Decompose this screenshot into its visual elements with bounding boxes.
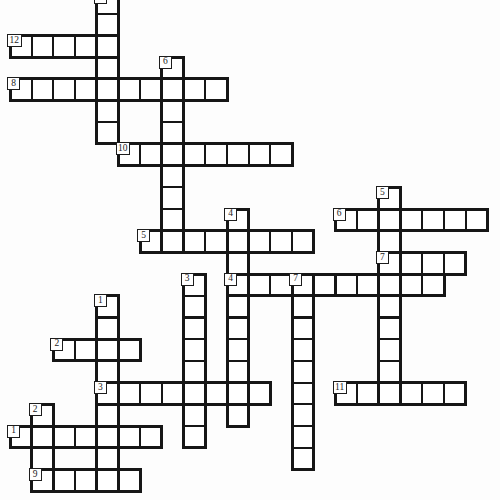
cell[interactable] [291,447,315,471]
cell[interactable] [161,143,185,167]
cell[interactable] [139,78,163,102]
cell[interactable] [161,230,185,254]
cell[interactable] [96,34,120,58]
cell[interactable] [226,295,250,319]
cell[interactable] [378,208,402,232]
cell[interactable] [118,468,142,492]
cell[interactable] [161,186,185,210]
cell[interactable] [378,317,402,341]
cell[interactable] [204,230,228,254]
cell[interactable] [465,208,489,232]
cell[interactable] [226,360,250,384]
cell[interactable] [356,382,380,406]
cell[interactable] [118,425,142,449]
cell[interactable] [269,230,293,254]
cell[interactable] [74,425,98,449]
cell[interactable] [139,425,163,449]
cell[interactable] [378,382,402,406]
cell[interactable] [31,78,55,102]
cell[interactable] [226,403,250,427]
clue-number-across-9: 9 [29,468,42,481]
cell[interactable] [31,447,55,471]
cell[interactable] [226,382,250,406]
cell[interactable] [400,273,424,297]
cell[interactable] [96,100,120,124]
cell[interactable] [31,34,55,58]
cell[interactable] [52,34,76,58]
cell[interactable] [139,382,163,406]
cell[interactable] [118,382,142,406]
clue-number-across-11: 11 [333,381,347,394]
cell[interactable] [248,273,272,297]
cell[interactable] [291,360,315,384]
cell[interactable] [378,273,402,297]
cell[interactable] [226,230,250,254]
cell[interactable] [161,78,185,102]
cell[interactable] [52,468,76,492]
clue-number-across-10: 10 [116,142,131,155]
cell[interactable] [291,295,315,319]
clue-number-across-2: 2 [50,338,63,351]
cell[interactable] [378,360,402,384]
cell[interactable] [74,338,98,362]
cell[interactable] [378,230,402,254]
cell[interactable] [400,208,424,232]
clue-number-across-5: 5 [137,229,150,242]
cell[interactable] [183,78,207,102]
cell[interactable] [248,382,272,406]
cell[interactable] [52,78,76,102]
cell[interactable] [356,208,380,232]
cell[interactable] [400,251,424,275]
cell[interactable] [400,382,424,406]
cell[interactable] [378,338,402,362]
cell[interactable] [226,143,250,167]
cell[interactable] [248,230,272,254]
cell[interactable] [226,251,250,275]
cell[interactable] [161,208,185,232]
clue-number-across-7: 7 [376,251,389,264]
cell[interactable] [313,273,337,297]
cell[interactable] [335,273,359,297]
cell[interactable] [291,403,315,427]
cell[interactable] [421,251,445,275]
cell[interactable] [31,425,55,449]
cell[interactable] [96,447,120,471]
cell[interactable] [161,121,185,145]
clue-number-across-6: 6 [333,208,346,221]
cell[interactable] [96,121,120,145]
cell[interactable] [291,382,315,406]
clue-number-down-1: 1 [94,294,107,307]
cell[interactable] [96,338,120,362]
clue-number-across-3: 3 [94,381,107,394]
cell[interactable] [291,230,315,254]
clue-number-down-5: 5 [376,186,389,199]
cell[interactable] [96,425,120,449]
cell[interactable] [183,230,207,254]
clue-number-down-2: 2 [29,403,42,416]
cell[interactable] [118,78,142,102]
cell[interactable] [52,425,76,449]
cell[interactable] [291,317,315,341]
cell[interactable] [183,317,207,341]
cell[interactable] [96,78,120,102]
cell[interactable] [183,382,207,406]
cell[interactable] [291,425,315,449]
cell[interactable] [204,78,228,102]
crossword-board: 1234567891011121234567 [0,0,500,500]
clue-number-across-8: 8 [7,77,20,90]
clue-number-down-4: 4 [224,208,237,221]
cell[interactable] [226,338,250,362]
cell[interactable] [96,13,120,37]
cell[interactable] [139,143,163,167]
cell[interactable] [443,208,467,232]
cell[interactable] [226,317,250,341]
cell[interactable] [74,34,98,58]
cell[interactable] [183,338,207,362]
cell[interactable] [96,317,120,341]
cell[interactable] [161,100,185,124]
cell[interactable] [183,403,207,427]
cell[interactable] [96,468,120,492]
cell[interactable] [356,273,380,297]
cell[interactable] [74,78,98,102]
cell[interactable] [96,360,120,384]
clue-number-down-3: 3 [181,273,194,286]
cell[interactable] [96,403,120,427]
cell[interactable] [96,56,120,80]
cell[interactable] [204,143,228,167]
cell[interactable] [183,360,207,384]
cell[interactable] [183,425,207,449]
cell[interactable] [443,382,467,406]
cell[interactable] [161,382,185,406]
cell[interactable] [378,295,402,319]
clue-number-across-4: 4 [224,273,237,286]
clue-number-down-clipped [94,0,107,4]
cell[interactable] [183,143,207,167]
cell[interactable] [118,338,142,362]
clue-number-down-6: 6 [159,56,172,69]
cell[interactable] [248,143,272,167]
cell[interactable] [291,338,315,362]
cell[interactable] [421,273,445,297]
cell[interactable] [204,382,228,406]
clue-number-across-1: 1 [7,425,20,438]
cell[interactable] [443,251,467,275]
cell[interactable] [74,468,98,492]
cell[interactable] [269,143,293,167]
cell[interactable] [421,208,445,232]
cell[interactable] [161,165,185,189]
clue-number-across-12: 12 [7,34,22,47]
clue-number-down-7: 7 [289,273,302,286]
cell[interactable] [421,382,445,406]
cell[interactable] [183,295,207,319]
